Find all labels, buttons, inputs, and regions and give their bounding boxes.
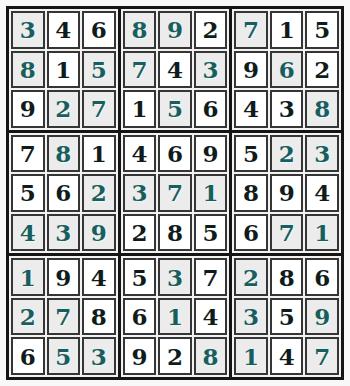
cell-r1c2-entered[interactable]: 4 [47, 11, 81, 49]
cell-r7c2-entered[interactable]: 9 [47, 258, 81, 296]
cell-r6c7-entered[interactable]: 6 [234, 214, 268, 252]
cell-r7c8-entered[interactable]: 8 [270, 258, 304, 296]
cell-r4c1-entered[interactable]: 7 [11, 135, 45, 173]
cell-r7c3-entered[interactable]: 4 [82, 258, 116, 296]
cell-r5c8-entered[interactable]: 9 [270, 174, 304, 212]
box-2-2: 469371285 [121, 133, 230, 254]
cell-r2c3-given: 5 [82, 51, 116, 89]
cell-r2c4-given: 7 [123, 51, 157, 89]
cell-r5c2-entered[interactable]: 6 [47, 174, 81, 212]
cell-r5c3-given: 2 [82, 174, 116, 212]
cell-r2c2-entered[interactable]: 1 [47, 51, 81, 89]
cell-r7c1-given: 1 [11, 258, 45, 296]
cell-r4c5-entered[interactable]: 6 [158, 135, 192, 173]
cell-r7c7-given: 2 [234, 258, 268, 296]
cell-r6c2-given: 3 [47, 214, 81, 252]
cell-r1c3-entered[interactable]: 6 [82, 11, 116, 49]
cell-r7c6-entered[interactable]: 7 [194, 258, 228, 296]
box-3-1: 194278653 [9, 256, 118, 377]
cell-r8c9-given: 9 [305, 298, 339, 336]
cell-r6c6-entered[interactable]: 5 [194, 214, 228, 252]
cell-r2c8-given: 6 [270, 51, 304, 89]
cell-r2c1-given: 8 [11, 51, 45, 89]
cell-r3c6-entered[interactable]: 6 [194, 90, 228, 128]
cell-r6c1-given: 4 [11, 214, 45, 252]
cell-r6c5-entered[interactable]: 8 [158, 214, 192, 252]
box-1-3: 715962438 [232, 9, 341, 130]
cell-r1c4-given: 8 [123, 11, 157, 49]
cell-r9c9-given: 7 [305, 337, 339, 375]
cell-r2c5-entered[interactable]: 4 [158, 51, 192, 89]
cell-r5c9-entered[interactable]: 4 [305, 174, 339, 212]
cell-r5c5-given: 7 [158, 174, 192, 212]
cell-r2c7-entered[interactable]: 9 [234, 51, 268, 89]
cell-r3c9-given: 8 [305, 90, 339, 128]
cell-r1c7-given: 7 [234, 11, 268, 49]
cell-r8c7-given: 3 [234, 298, 268, 336]
cell-r9c2-given: 5 [47, 337, 81, 375]
cell-r3c7-entered[interactable]: 4 [234, 90, 268, 128]
cell-r8c8-entered[interactable]: 5 [270, 298, 304, 336]
cell-r1c9-entered[interactable]: 5 [305, 11, 339, 49]
cell-r2c9-entered[interactable]: 2 [305, 51, 339, 89]
cell-r3c1-entered[interactable]: 9 [11, 90, 45, 128]
cell-r4c4-entered[interactable]: 4 [123, 135, 157, 173]
cell-r7c4-entered[interactable]: 5 [123, 258, 157, 296]
box-3-2: 537614928 [121, 256, 230, 377]
cell-r5c7-entered[interactable]: 8 [234, 174, 268, 212]
sudoku-board: 3468159278927431567159624387815624394693… [6, 6, 344, 380]
cell-r9c4-entered[interactable]: 9 [123, 337, 157, 375]
cell-r9c6-given: 8 [194, 337, 228, 375]
cell-r4c2-given: 8 [47, 135, 81, 173]
cell-r6c8-given: 7 [270, 214, 304, 252]
cell-r1c6-entered[interactable]: 2 [194, 11, 228, 49]
box-3-3: 286359147 [232, 256, 341, 377]
cell-r3c3-given: 7 [82, 90, 116, 128]
cell-r4c6-entered[interactable]: 9 [194, 135, 228, 173]
cell-r3c5-given: 5 [158, 90, 192, 128]
cell-r8c2-given: 7 [47, 298, 81, 336]
cell-r3c2-given: 2 [47, 90, 81, 128]
cell-r8c6-entered[interactable]: 4 [194, 298, 228, 336]
cell-r2c6-given: 3 [194, 51, 228, 89]
cell-r9c3-given: 3 [82, 337, 116, 375]
cell-r9c1-entered[interactable]: 6 [11, 337, 45, 375]
cell-r1c8-entered[interactable]: 1 [270, 11, 304, 49]
box-1-1: 346815927 [9, 9, 118, 130]
cell-r4c7-entered[interactable]: 5 [234, 135, 268, 173]
cell-r6c9-given: 1 [305, 214, 339, 252]
cell-r8c4-entered[interactable]: 6 [123, 298, 157, 336]
cell-r6c4-entered[interactable]: 2 [123, 214, 157, 252]
cell-r4c8-given: 2 [270, 135, 304, 173]
cell-r4c3-entered[interactable]: 1 [82, 135, 116, 173]
cell-r3c4-entered[interactable]: 1 [123, 90, 157, 128]
cell-r9c5-entered[interactable]: 2 [158, 337, 192, 375]
box-2-3: 523894671 [232, 133, 341, 254]
cell-r9c7-given: 1 [234, 337, 268, 375]
cell-r4c9-given: 3 [305, 135, 339, 173]
cell-r1c5-given: 9 [158, 11, 192, 49]
cell-r6c3-given: 9 [82, 214, 116, 252]
cell-r8c3-entered[interactable]: 8 [82, 298, 116, 336]
cell-r9c8-entered[interactable]: 4 [270, 337, 304, 375]
box-1-2: 892743156 [121, 9, 230, 130]
cell-r8c1-given: 2 [11, 298, 45, 336]
cell-r1c1-given: 3 [11, 11, 45, 49]
cell-r5c1-entered[interactable]: 5 [11, 174, 45, 212]
cell-r5c6-given: 1 [194, 174, 228, 212]
box-2-1: 781562439 [9, 133, 118, 254]
cell-r8c5-given: 1 [158, 298, 192, 336]
cell-r3c8-entered[interactable]: 3 [270, 90, 304, 128]
cell-r7c9-entered[interactable]: 6 [305, 258, 339, 296]
cell-r7c5-given: 3 [158, 258, 192, 296]
cell-r5c4-given: 3 [123, 174, 157, 212]
